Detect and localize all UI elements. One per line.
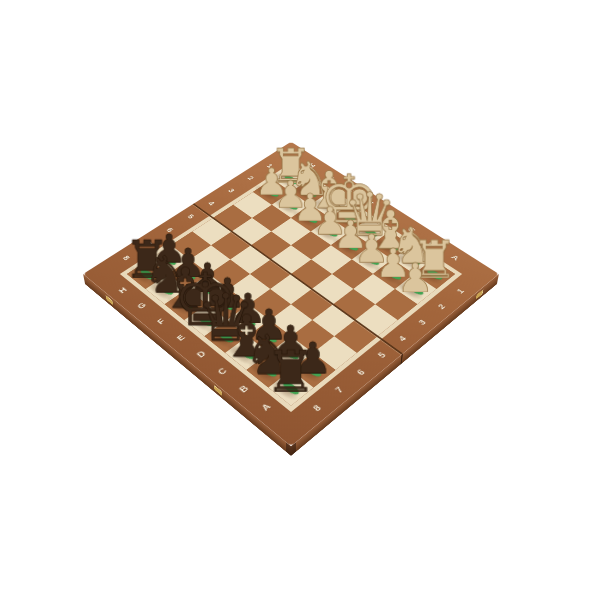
brass-clasp [476,289,484,300]
fold-seam-edge [400,353,403,364]
board-scene: ♜♞♝♚♛♝♞♜♟♟♟♟♟♟♟♟♟♟♟♟♟♟♟♟♜♞♝♚♛♝♞♜ HGFEDCB… [144,127,438,421]
product-photo-canvas: ♜♞♝♚♛♝♞♜♟♟♟♟♟♟♟♟♟♟♟♟♟♟♟♟♜♞♝♚♛♝♞♜ HGFEDCB… [0,0,600,600]
square-e4 [271,245,311,274]
playing-area: ♜♞♝♚♛♝♞♜♟♟♟♟♟♟♟♟♟♟♟♟♟♟♟♟♜♞♝♚♛♝♞♜ [120,163,462,412]
chess-board: ♜♞♝♚♛♝♞♜♟♟♟♟♟♟♟♟♟♟♟♟♟♟♟♟♜♞♝♚♛♝♞♜ HGFEDCB… [83,142,499,446]
black-rook-a8: ♜ [242,343,340,400]
squares-grid: ♜♞♝♚♛♝♞♜♟♟♟♟♟♟♟♟♟♟♟♟♟♟♟♟♜♞♝♚♛♝♞♜ [127,167,455,406]
brass-clasp [214,385,222,396]
